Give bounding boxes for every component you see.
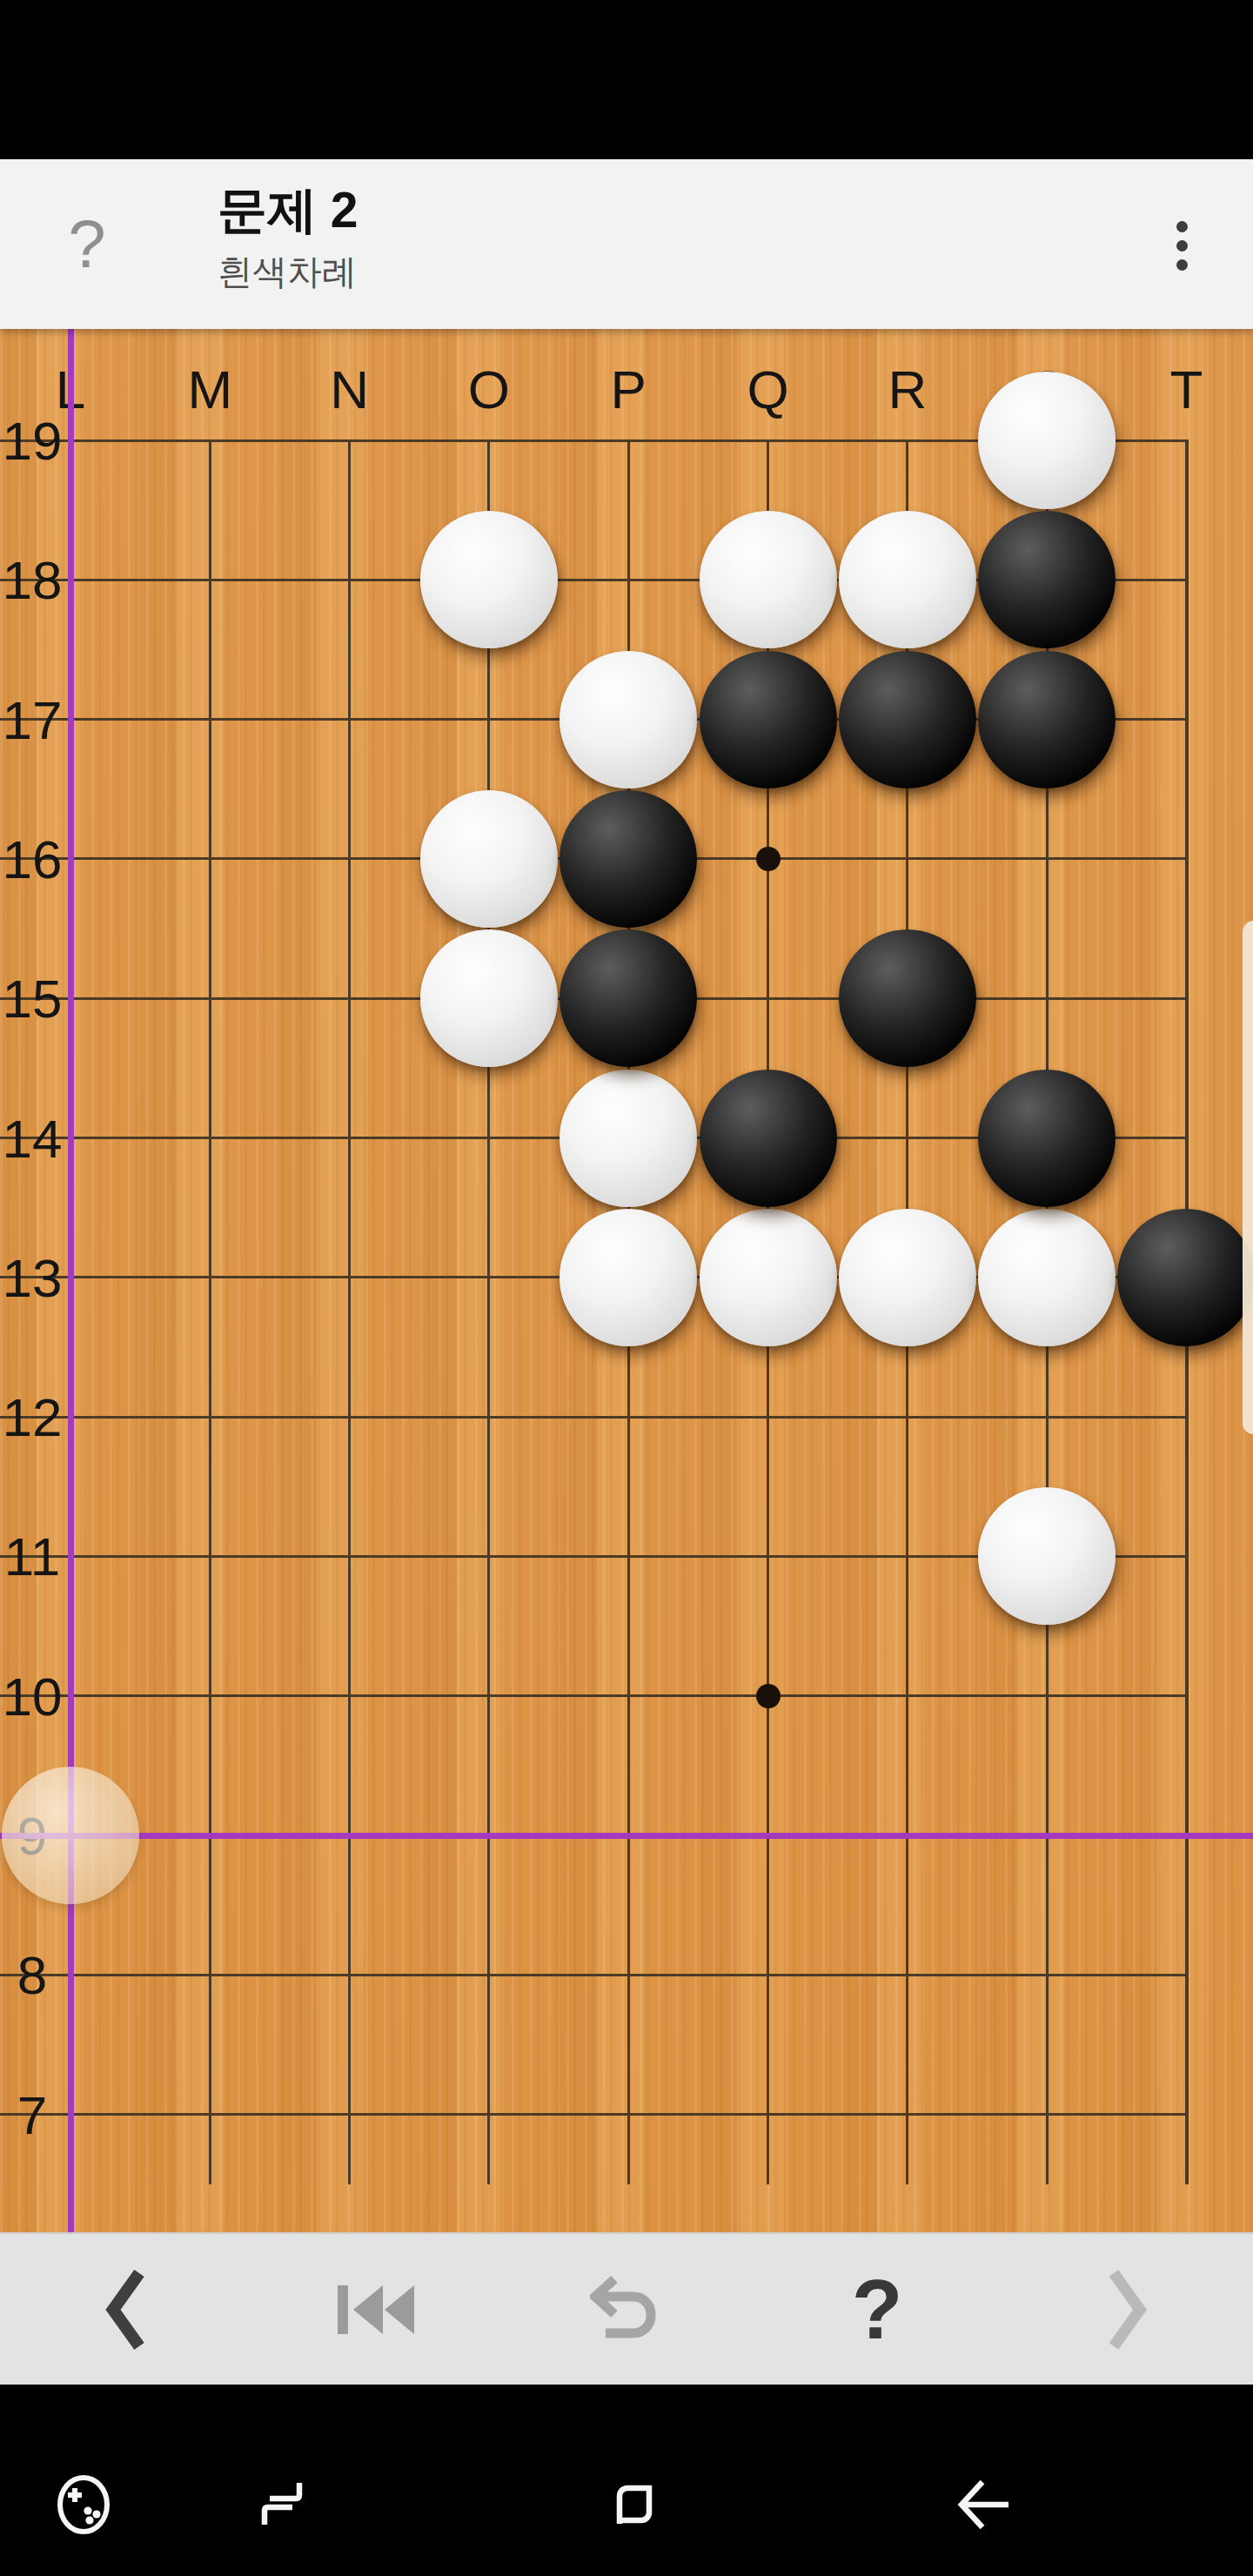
coord-label-row-17: 17 bbox=[3, 688, 63, 750]
coord-label-row-8: 8 bbox=[17, 1944, 47, 2006]
white-stone-S13 bbox=[978, 1209, 1116, 1346]
page-subtitle: 흰색차례 bbox=[218, 245, 358, 299]
white-stone-P14 bbox=[559, 1070, 697, 1207]
coord-label-row-18: 18 bbox=[3, 549, 63, 611]
white-stone-R13 bbox=[839, 1209, 976, 1346]
back-move-button[interactable] bbox=[0, 2234, 251, 2385]
coord-label-row-13: 13 bbox=[3, 1246, 63, 1308]
white-stone-O16 bbox=[420, 790, 558, 928]
home-icon bbox=[601, 2472, 667, 2538]
page-title: 문제 2 bbox=[218, 175, 358, 245]
coord-label-row-14: 14 bbox=[3, 1107, 63, 1169]
board-scrollbar-thumb[interactable] bbox=[1243, 921, 1253, 1434]
black-stone-S14 bbox=[978, 1070, 1116, 1207]
preview-stone-L9 bbox=[2, 1767, 139, 1904]
white-stone-O18 bbox=[420, 511, 558, 648]
recent-apps-icon bbox=[249, 2472, 315, 2538]
chevron-left-icon bbox=[103, 2268, 148, 2351]
black-stone-S17 bbox=[978, 651, 1116, 788]
coord-label-col-P: P bbox=[611, 359, 647, 420]
cursor-line-horizontal bbox=[0, 1833, 1253, 1839]
grid-line-col-M bbox=[209, 439, 211, 2184]
coord-label-col-Q: Q bbox=[747, 359, 788, 420]
black-stone-R17 bbox=[839, 651, 976, 788]
grid-line-col-N bbox=[348, 439, 351, 2184]
grid-line-row-7 bbox=[0, 2113, 1188, 2116]
black-stone-S18 bbox=[978, 511, 1116, 648]
white-stone-S19 bbox=[978, 372, 1116, 509]
hint-button[interactable]: ? bbox=[752, 2234, 1002, 2385]
white-stone-P17 bbox=[559, 651, 697, 788]
kebab-dot bbox=[1176, 259, 1188, 271]
game-tools-icon bbox=[50, 2472, 117, 2538]
white-stone-S11 bbox=[978, 1487, 1116, 1625]
grid-line-row-12 bbox=[0, 1416, 1188, 1419]
home-button[interactable] bbox=[601, 2472, 667, 2538]
cursor-line-vertical bbox=[68, 329, 74, 2232]
white-stone-P13 bbox=[559, 1209, 697, 1346]
black-stone-P16 bbox=[559, 790, 697, 928]
kebab-dot bbox=[1176, 240, 1188, 252]
undo-arrow-icon bbox=[590, 2276, 663, 2344]
app-header: ? 문제 2 흰색차례 bbox=[0, 159, 1253, 329]
black-stone-P15 bbox=[559, 929, 697, 1067]
chevron-right-icon bbox=[1105, 2268, 1150, 2351]
coord-label-row-16: 16 bbox=[3, 828, 63, 889]
coord-label-row-10: 10 bbox=[3, 1665, 63, 1727]
white-stone-R18 bbox=[839, 511, 976, 648]
coord-label-col-T: T bbox=[1169, 359, 1203, 420]
status-bar bbox=[0, 0, 1253, 159]
grid-line-col-O bbox=[487, 439, 490, 2184]
coord-label-row-15: 15 bbox=[3, 968, 63, 1030]
coord-label-col-O: O bbox=[468, 359, 510, 420]
coord-label-row-7: 7 bbox=[17, 2083, 47, 2145]
header-text: 문제 2 흰색차례 bbox=[218, 175, 358, 299]
game-tools-button[interactable] bbox=[50, 2472, 117, 2538]
skip-to-start-button[interactable] bbox=[251, 2234, 501, 2385]
black-stone-T13 bbox=[1117, 1209, 1253, 1346]
coord-label-col-M: M bbox=[187, 359, 232, 420]
phone-screen: ? 문제 2 흰색차례 LMNOPQRST1918171615141312111… bbox=[0, 0, 1253, 2576]
android-nav-bar bbox=[0, 2385, 1253, 2576]
star-point-Q16 bbox=[756, 847, 781, 871]
skip-back-icon bbox=[336, 2283, 416, 2337]
coord-label-row-12: 12 bbox=[3, 1386, 63, 1448]
undo-button[interactable] bbox=[501, 2234, 752, 2385]
black-stone-Q17 bbox=[700, 651, 837, 788]
kebab-dot bbox=[1176, 221, 1188, 232]
star-point-Q10 bbox=[756, 1684, 781, 1708]
coord-label-row-19: 19 bbox=[3, 410, 63, 472]
black-stone-R15 bbox=[839, 929, 976, 1067]
forward-move-button[interactable] bbox=[1002, 2234, 1253, 2385]
white-stone-Q13 bbox=[700, 1209, 837, 1346]
bottom-toolbar: ? bbox=[0, 2232, 1253, 2385]
back-button[interactable] bbox=[951, 2472, 1017, 2538]
go-board[interactable]: LMNOPQRST19181716151413121110987 bbox=[0, 329, 1253, 2232]
coord-label-col-N: N bbox=[330, 359, 369, 420]
help-icon[interactable]: ? bbox=[48, 196, 126, 292]
grid-line-row-8 bbox=[0, 1974, 1188, 1976]
back-arrow-icon bbox=[951, 2472, 1017, 2538]
coord-label-row-11: 11 bbox=[4, 1526, 60, 1587]
white-stone-Q18 bbox=[700, 511, 837, 648]
kebab-menu-icon[interactable] bbox=[1152, 198, 1211, 293]
question-mark-icon: ? bbox=[852, 2266, 903, 2353]
coord-label-col-R: R bbox=[888, 359, 927, 420]
black-stone-Q14 bbox=[700, 1070, 837, 1207]
white-stone-O15 bbox=[420, 929, 558, 1067]
grid-line-row-10 bbox=[0, 1694, 1188, 1697]
recent-apps-button[interactable] bbox=[249, 2472, 315, 2538]
